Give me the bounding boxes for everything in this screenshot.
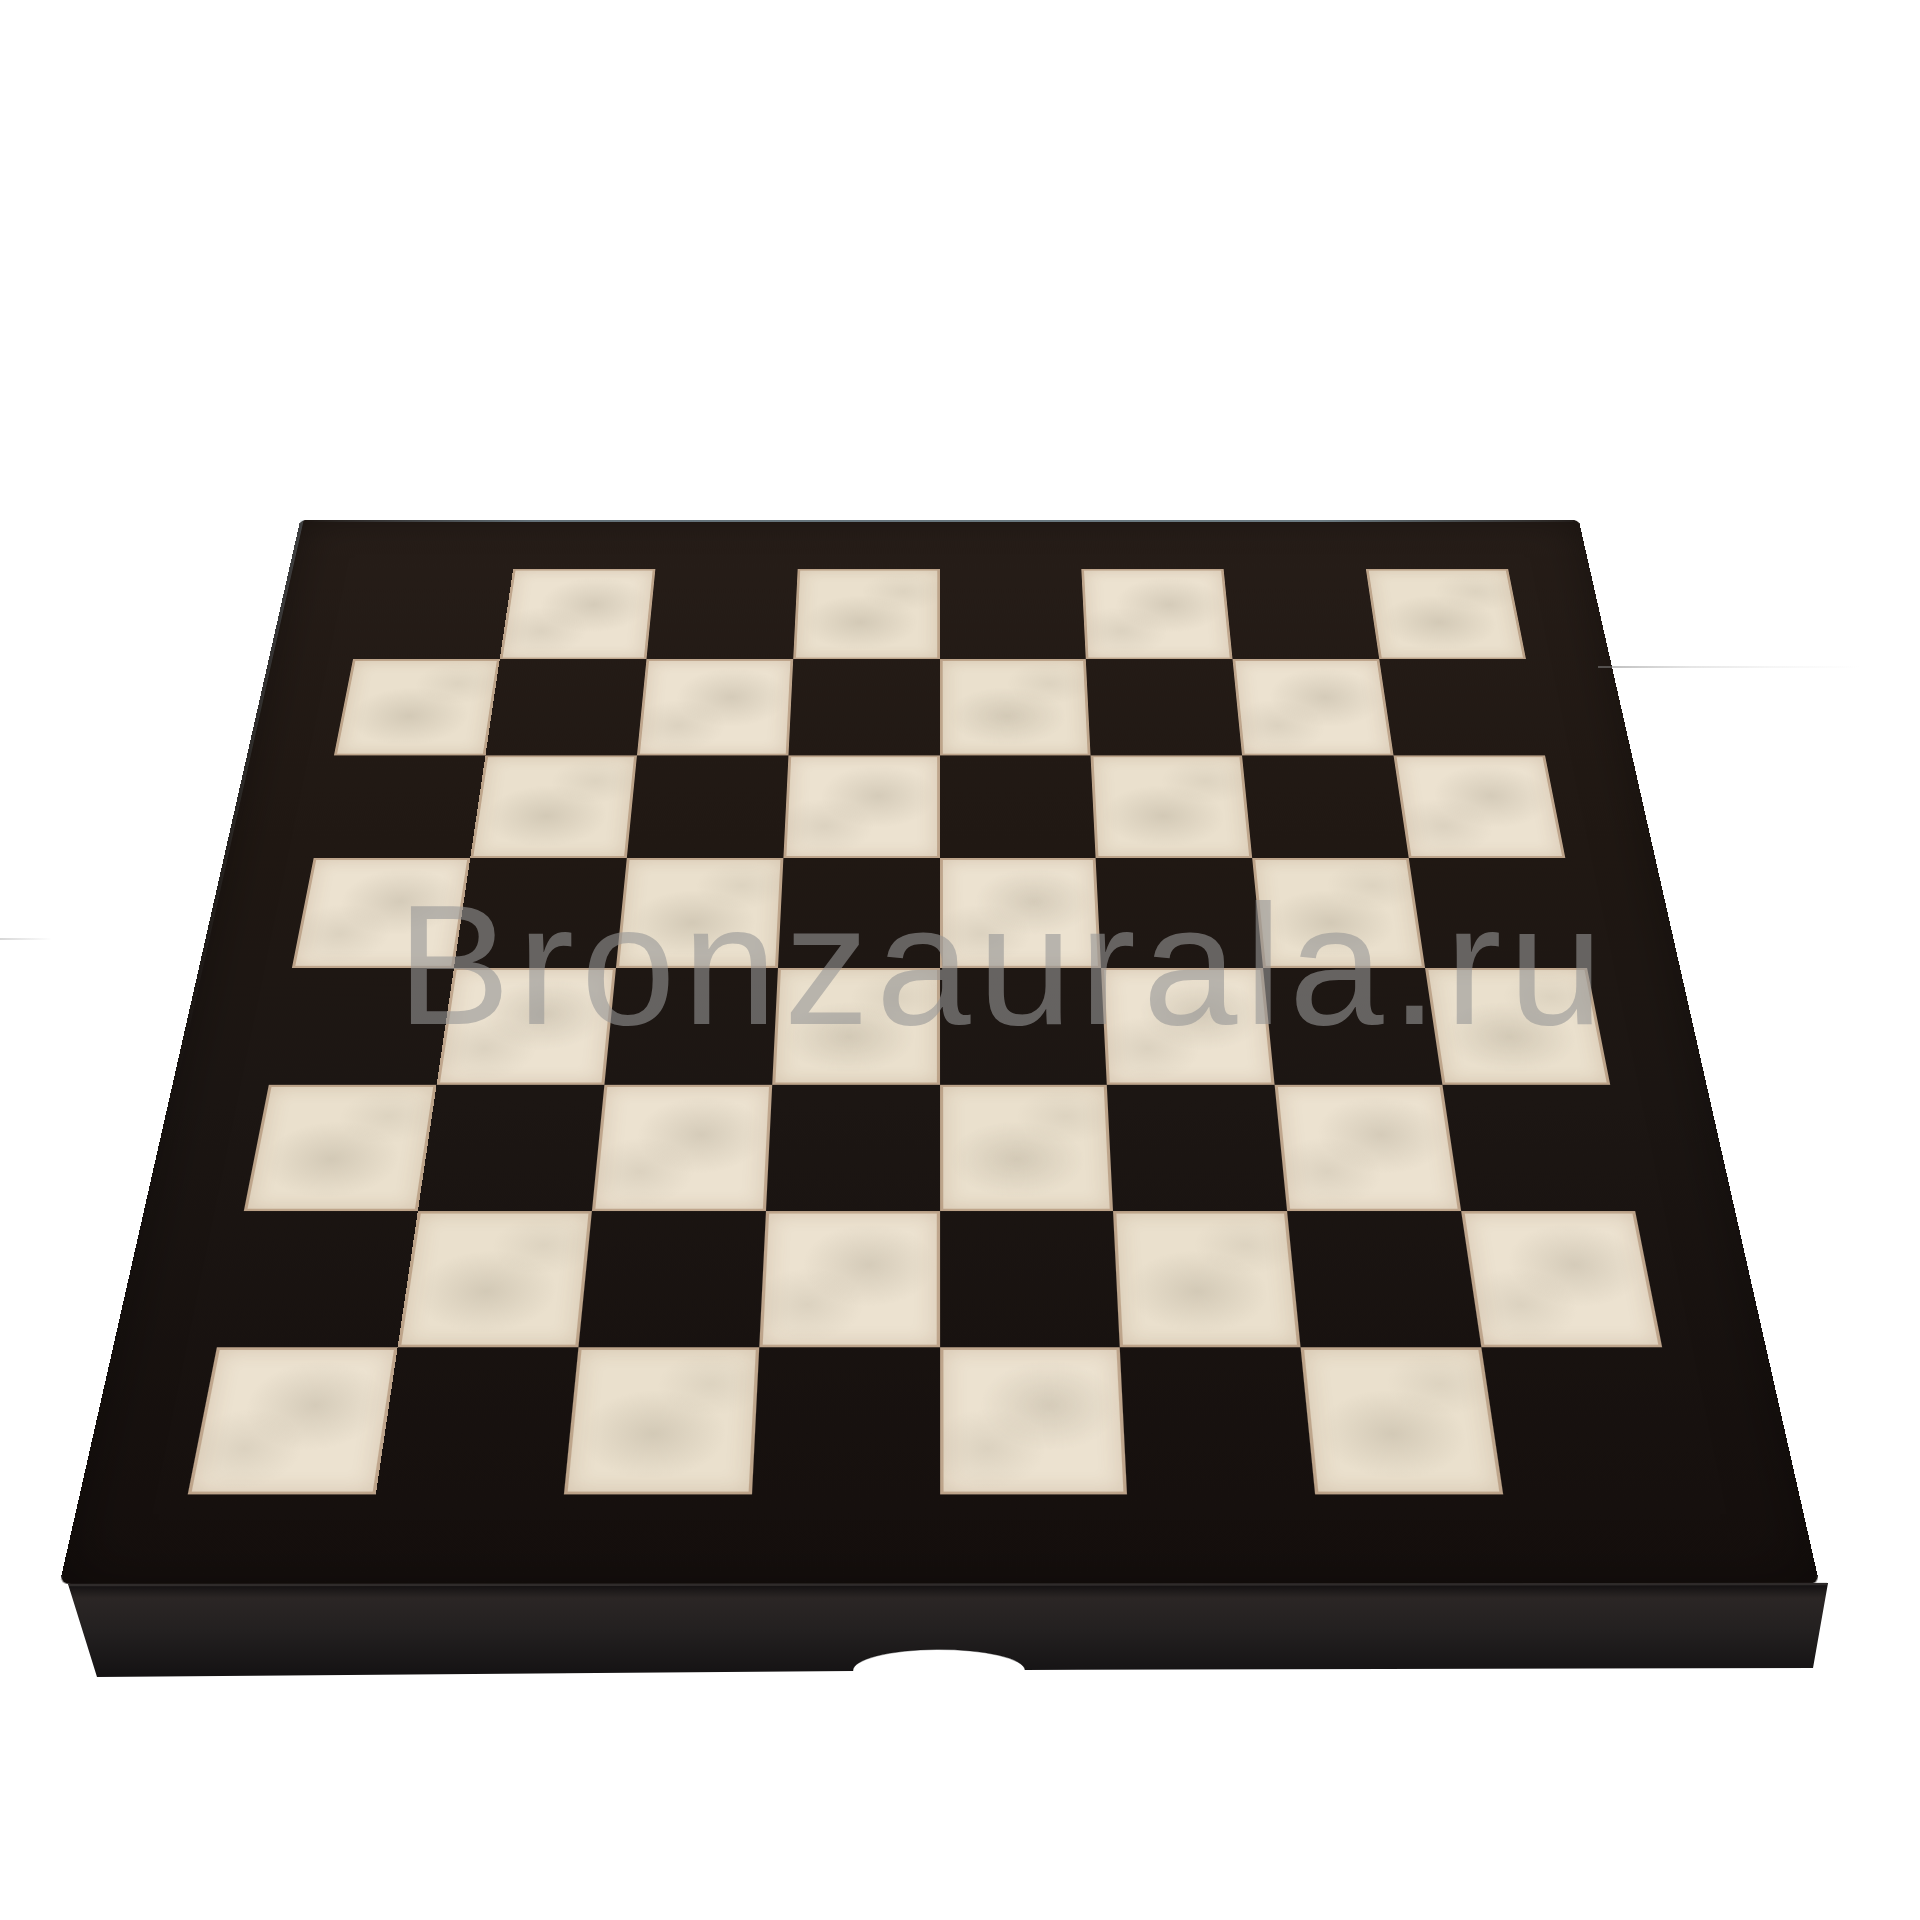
- square-c2: [578, 1211, 765, 1347]
- square-e2: [940, 1211, 1121, 1347]
- square-a8: [353, 569, 513, 659]
- square-a7: [334, 659, 500, 755]
- square-h2: [1461, 1211, 1662, 1347]
- square-f7: [1086, 659, 1242, 755]
- square-d2: [759, 1211, 940, 1347]
- square-b2: [397, 1211, 591, 1347]
- square-f3: [1107, 1085, 1287, 1211]
- square-c3: [592, 1085, 772, 1211]
- square-g8: [1224, 569, 1380, 659]
- square-h8: [1366, 569, 1526, 659]
- square-c8: [646, 569, 797, 659]
- square-e3: [940, 1085, 1114, 1211]
- square-f2: [1113, 1211, 1300, 1347]
- square-b1: [376, 1347, 578, 1494]
- square-d1: [752, 1347, 940, 1494]
- square-e1: [940, 1347, 1128, 1494]
- lid-seam-highlight: [69, 1584, 1827, 1585]
- product-photo-stage: Bronzaurala.ru: [0, 0, 1920, 1920]
- square-g6: [1242, 755, 1409, 858]
- board-front-face: [55, 1582, 1845, 1682]
- square-c6: [627, 755, 789, 858]
- square-a2: [217, 1211, 418, 1347]
- square-h3: [1443, 1085, 1636, 1211]
- front-face-shape: [68, 1583, 1828, 1677]
- square-b8: [500, 569, 656, 659]
- square-g1: [1301, 1347, 1503, 1494]
- square-g3: [1275, 1085, 1461, 1211]
- square-b7: [485, 659, 646, 755]
- square-h7: [1379, 659, 1545, 755]
- square-g7: [1233, 659, 1394, 755]
- square-a6: [314, 755, 486, 858]
- square-d7: [788, 659, 939, 755]
- square-e6: [940, 755, 1096, 858]
- background-artifact-line-left: [0, 938, 52, 940]
- square-f8: [1082, 569, 1233, 659]
- square-d6: [783, 755, 939, 858]
- watermark-text: Bronzaurala.ru: [397, 880, 1610, 1050]
- square-d8: [793, 569, 940, 659]
- square-c7: [637, 659, 793, 755]
- square-b6: [470, 755, 637, 858]
- square-c1: [564, 1347, 759, 1494]
- square-b3: [418, 1085, 604, 1211]
- square-h1: [1482, 1347, 1692, 1494]
- square-e7: [940, 659, 1091, 755]
- square-g2: [1287, 1211, 1481, 1347]
- square-f1: [1120, 1347, 1315, 1494]
- square-f6: [1091, 755, 1253, 858]
- background-artifact-line-right: [1598, 666, 1860, 668]
- square-e8: [940, 569, 1087, 659]
- square-a3: [244, 1085, 437, 1211]
- square-a1: [188, 1347, 398, 1494]
- square-d3: [766, 1085, 940, 1211]
- square-h6: [1394, 755, 1566, 858]
